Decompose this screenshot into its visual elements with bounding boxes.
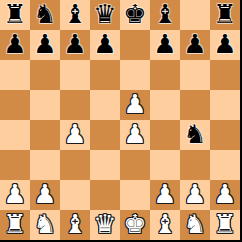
square-c3[interactable] <box>60 150 90 180</box>
square-c1[interactable]: ♝ <box>60 210 90 240</box>
square-a7[interactable]: ♟ <box>0 30 30 60</box>
square-h2[interactable]: ♟ <box>210 180 240 210</box>
square-a6[interactable] <box>0 60 30 90</box>
square-f1[interactable]: ♝ <box>150 210 180 240</box>
square-e8[interactable]: ♚ <box>120 0 150 30</box>
square-e3[interactable] <box>120 150 150 180</box>
square-g1[interactable]: ♞ <box>180 210 210 240</box>
black-knight-icon[interactable]: ♞ <box>183 120 206 149</box>
black-pawn-icon[interactable]: ♟ <box>3 30 26 59</box>
square-b1[interactable]: ♞ <box>30 210 60 240</box>
square-f6[interactable] <box>150 60 180 90</box>
white-pawn-icon[interactable]: ♟ <box>63 120 86 149</box>
square-d4[interactable] <box>90 120 120 150</box>
square-g5[interactable] <box>180 90 210 120</box>
black-knight-icon[interactable]: ♞ <box>33 0 56 29</box>
white-pawn-icon[interactable]: ♟ <box>3 180 26 209</box>
square-d3[interactable] <box>90 150 120 180</box>
square-g6[interactable] <box>180 60 210 90</box>
square-d5[interactable] <box>90 90 120 120</box>
square-c8[interactable]: ♝ <box>60 0 90 30</box>
square-d8[interactable]: ♛ <box>90 0 120 30</box>
square-a1[interactable]: ♜ <box>0 210 30 240</box>
black-pawn-icon[interactable]: ♟ <box>153 30 176 59</box>
white-pawn-icon[interactable]: ♟ <box>183 180 206 209</box>
square-g2[interactable]: ♟ <box>180 180 210 210</box>
square-h1[interactable]: ♜ <box>210 210 240 240</box>
square-f2[interactable]: ♟ <box>150 180 180 210</box>
black-bishop-icon[interactable]: ♝ <box>153 0 176 29</box>
square-f7[interactable]: ♟ <box>150 30 180 60</box>
white-pawn-icon[interactable]: ♟ <box>153 180 176 209</box>
chess-board: ♜♞♝♛♚♝♜♟♟♟♟♟♟♟♟♟♟♞♟♟♟♟♟♜♞♝♛♚♝♞♜ <box>0 0 240 240</box>
white-knight-icon[interactable]: ♞ <box>33 210 56 239</box>
square-g8[interactable] <box>180 0 210 30</box>
white-queen-icon[interactable]: ♛ <box>93 210 116 239</box>
board-frame: ♜♞♝♛♚♝♜♟♟♟♟♟♟♟♟♟♟♞♟♟♟♟♟♜♞♝♛♚♝♞♜ <box>0 0 242 242</box>
square-g3[interactable] <box>180 150 210 180</box>
square-f5[interactable] <box>150 90 180 120</box>
square-f4[interactable] <box>150 120 180 150</box>
square-c4[interactable]: ♟ <box>60 120 90 150</box>
square-h4[interactable] <box>210 120 240 150</box>
square-e5[interactable]: ♟ <box>120 90 150 120</box>
square-a3[interactable] <box>0 150 30 180</box>
square-a2[interactable]: ♟ <box>0 180 30 210</box>
square-h3[interactable] <box>210 150 240 180</box>
black-rook-icon[interactable]: ♜ <box>3 0 26 29</box>
square-b6[interactable] <box>30 60 60 90</box>
white-pawn-icon[interactable]: ♟ <box>33 180 56 209</box>
square-a4[interactable] <box>0 120 30 150</box>
white-pawn-icon[interactable]: ♟ <box>213 180 236 209</box>
square-e6[interactable] <box>120 60 150 90</box>
square-e2[interactable] <box>120 180 150 210</box>
square-f8[interactable]: ♝ <box>150 0 180 30</box>
square-g7[interactable]: ♟ <box>180 30 210 60</box>
white-rook-icon[interactable]: ♜ <box>213 210 236 239</box>
square-b5[interactable] <box>30 90 60 120</box>
square-h6[interactable] <box>210 60 240 90</box>
square-d6[interactable] <box>90 60 120 90</box>
black-pawn-icon[interactable]: ♟ <box>183 30 206 59</box>
square-g4[interactable]: ♞ <box>180 120 210 150</box>
square-h7[interactable]: ♟ <box>210 30 240 60</box>
black-king-icon[interactable]: ♚ <box>123 0 146 29</box>
square-e7[interactable] <box>120 30 150 60</box>
black-pawn-icon[interactable]: ♟ <box>93 30 116 59</box>
square-e4[interactable]: ♟ <box>120 120 150 150</box>
square-e1[interactable]: ♚ <box>120 210 150 240</box>
white-bishop-icon[interactable]: ♝ <box>153 210 176 239</box>
white-bishop-icon[interactable]: ♝ <box>63 210 86 239</box>
square-c2[interactable] <box>60 180 90 210</box>
square-b7[interactable]: ♟ <box>30 30 60 60</box>
white-pawn-icon[interactable]: ♟ <box>123 120 146 149</box>
white-knight-icon[interactable]: ♞ <box>183 210 206 239</box>
square-c5[interactable] <box>60 90 90 120</box>
white-pawn-icon[interactable]: ♟ <box>123 90 146 119</box>
square-c6[interactable] <box>60 60 90 90</box>
black-pawn-icon[interactable]: ♟ <box>213 30 236 59</box>
square-a5[interactable] <box>0 90 30 120</box>
square-b4[interactable] <box>30 120 60 150</box>
square-f3[interactable] <box>150 150 180 180</box>
square-b3[interactable] <box>30 150 60 180</box>
square-b8[interactable]: ♞ <box>30 0 60 30</box>
black-rook-icon[interactable]: ♜ <box>213 0 236 29</box>
white-king-icon[interactable]: ♚ <box>123 210 146 239</box>
square-d2[interactable] <box>90 180 120 210</box>
black-pawn-icon[interactable]: ♟ <box>63 30 86 59</box>
white-rook-icon[interactable]: ♜ <box>3 210 26 239</box>
square-b2[interactable]: ♟ <box>30 180 60 210</box>
square-c7[interactable]: ♟ <box>60 30 90 60</box>
black-queen-icon[interactable]: ♛ <box>93 0 116 29</box>
square-a8[interactable]: ♜ <box>0 0 30 30</box>
square-d1[interactable]: ♛ <box>90 210 120 240</box>
black-bishop-icon[interactable]: ♝ <box>63 0 86 29</box>
square-d7[interactable]: ♟ <box>90 30 120 60</box>
black-pawn-icon[interactable]: ♟ <box>33 30 56 59</box>
square-h8[interactable]: ♜ <box>210 0 240 30</box>
square-h5[interactable] <box>210 90 240 120</box>
